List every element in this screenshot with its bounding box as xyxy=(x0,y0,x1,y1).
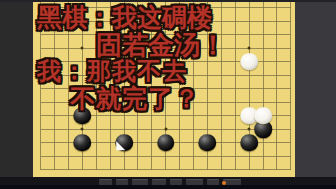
white-stone-r5 xyxy=(254,107,272,125)
top-edge-strip xyxy=(0,0,336,2)
black-stone-k3 xyxy=(157,134,175,152)
bottom-strip xyxy=(0,185,336,189)
toolbar-button-1[interactable] xyxy=(99,179,112,185)
grid-line-vertical xyxy=(235,0,236,170)
toolbar-active-dot xyxy=(222,181,226,185)
grid-line-vertical xyxy=(290,0,291,170)
star-point-q4 xyxy=(248,128,251,131)
toolbar-button-5[interactable] xyxy=(170,179,182,185)
grid-line-vertical xyxy=(263,0,264,170)
star-point-k4 xyxy=(164,128,167,131)
left-letterbox xyxy=(0,0,33,185)
black-stone-g3 xyxy=(115,134,133,152)
caption-line-2: 固若金汤！ xyxy=(96,31,226,60)
bottom-toolbar xyxy=(0,177,336,185)
black-stone-d3 xyxy=(74,134,92,152)
toolbar-button-row xyxy=(99,179,241,185)
star-point-q10 xyxy=(248,47,251,50)
toolbar-button-6[interactable] xyxy=(186,179,203,185)
caption-line-1: 黑棋：我这碉楼 xyxy=(37,4,212,32)
last-move-triangle-marker xyxy=(116,141,125,150)
toolbar-button-4[interactable] xyxy=(152,179,166,185)
grid-line-vertical xyxy=(276,0,277,170)
toolbar-button-2[interactable] xyxy=(116,179,128,185)
toolbar-button-8[interactable] xyxy=(223,179,241,185)
toolbar-button-7[interactable] xyxy=(207,179,219,185)
app-window: 黑棋：我这碉楼 固若金汤！ 我：那我不去 不就完了？ xyxy=(0,0,336,189)
caption-line-4: 不就完了？ xyxy=(70,85,200,113)
toolbar-button-3[interactable] xyxy=(132,179,148,185)
right-letterbox xyxy=(295,0,336,185)
black-stone-n3 xyxy=(199,134,217,152)
grid-line-vertical xyxy=(221,0,222,170)
star-point-d10 xyxy=(81,47,84,50)
star-point-d4 xyxy=(81,128,84,131)
white-stone-q9 xyxy=(240,53,258,71)
black-stone-q3 xyxy=(240,134,258,152)
caption-line-3: 我：那我不去 xyxy=(37,58,187,84)
